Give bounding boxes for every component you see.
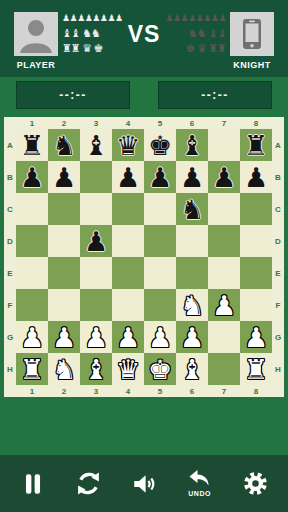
square-a8[interactable]: ♜ [16, 129, 48, 161]
piece-black-pawn: ♟ [180, 164, 204, 191]
square-e5[interactable] [144, 225, 176, 257]
square-a3[interactable] [16, 289, 48, 321]
coordinate-label: 2 [48, 119, 80, 128]
restart-button[interactable] [65, 459, 111, 509]
square-g4[interactable] [208, 257, 240, 289]
square-h2[interactable]: ♟ [240, 321, 272, 353]
square-e7[interactable]: ♟ [144, 161, 176, 193]
square-f4[interactable] [176, 257, 208, 289]
piece-white-pawn: ♟ [52, 324, 76, 351]
player-name-label: PLAYER [14, 60, 58, 70]
square-a4[interactable] [16, 257, 48, 289]
piece-white-pawn: ♟ [20, 324, 44, 351]
square-g5[interactable] [208, 225, 240, 257]
captured-pawns-black: ♟♟♟♟♟♟♟♟ [165, 11, 226, 26]
coordinate-label: 8 [240, 119, 272, 128]
coordinate-label: 6 [176, 387, 208, 396]
coordinate-label: 6 [176, 119, 208, 128]
square-g6[interactable] [208, 193, 240, 225]
coordinate-label: C [275, 205, 281, 214]
piece-black-knight: ♞ [180, 196, 204, 223]
opponent-name-label: KNIGHT [230, 60, 274, 70]
coordinate-label: 5 [144, 119, 176, 128]
piece-white-bishop: ♝ [180, 356, 204, 383]
piece-white-pawn: ♟ [212, 292, 236, 319]
coordinate-label: H [7, 365, 13, 374]
square-e6[interactable] [144, 193, 176, 225]
timer-row: --:-- --:-- [0, 77, 288, 113]
file-labels-top: 12345678 [16, 117, 272, 129]
header: PLAYER ♟♟♟♟♟♟♟♟ ♝♝ ♞♞ ♜♜ ♛ ♚ VS ♟♟♟♟♟♟♟♟… [0, 0, 288, 77]
square-b1[interactable]: ♞ [48, 353, 80, 385]
coordinate-label: G [275, 333, 281, 342]
piece-black-knight: ♞ [52, 132, 76, 159]
coordinate-label: E [7, 269, 12, 278]
sound-button[interactable] [121, 459, 167, 509]
square-b8[interactable]: ♞ [48, 129, 80, 161]
square-b4[interactable] [48, 257, 80, 289]
square-f6[interactable]: ♞ [176, 193, 208, 225]
piece-white-bishop: ♝ [84, 356, 108, 383]
square-e3[interactable] [144, 289, 176, 321]
rank-labels-left: ABCDEFGH [4, 129, 16, 385]
rank-labels-right: ABCDEFGH [272, 129, 284, 385]
captured-minors-black: ♞♞ ♝♝ [165, 26, 226, 41]
square-c1[interactable]: ♝ [80, 353, 112, 385]
square-e2[interactable]: ♟ [144, 321, 176, 353]
coordinate-label: 8 [240, 387, 272, 396]
piece-black-pawn: ♟ [244, 164, 268, 191]
square-g8[interactable] [208, 129, 240, 161]
square-g1[interactable] [208, 353, 240, 385]
pause-icon [20, 471, 46, 497]
piece-black-bishop: ♝ [180, 132, 204, 159]
square-h8[interactable]: ♜ [240, 129, 272, 161]
coordinate-label: G [7, 333, 13, 342]
square-h7[interactable]: ♟ [240, 161, 272, 193]
pause-button[interactable] [10, 459, 56, 509]
undo-arrow-icon [188, 470, 212, 489]
piece-white-knight: ♞ [52, 356, 76, 383]
square-a6[interactable] [16, 193, 48, 225]
opponent-avatar [230, 12, 274, 56]
piece-black-queen: ♛ [116, 132, 140, 159]
coordinate-label: H [275, 365, 281, 374]
square-h5[interactable] [240, 225, 272, 257]
coordinate-label: E [275, 269, 280, 278]
square-f2[interactable]: ♟ [176, 321, 208, 353]
square-g3[interactable]: ♟ [208, 289, 240, 321]
coordinate-label: B [7, 173, 13, 182]
board-frame: 12345678 ABCDEFGH ♜♞♝♛♚♝♜♟♟♟♟♟♟♟♞♟♞♟♟♟♟♟… [4, 117, 284, 397]
bottom-toolbar: UNDO [0, 455, 288, 512]
square-a5[interactable] [16, 225, 48, 257]
square-a7[interactable]: ♟ [16, 161, 48, 193]
chess-app: PLAYER ♟♟♟♟♟♟♟♟ ♝♝ ♞♞ ♜♜ ♛ ♚ VS ♟♟♟♟♟♟♟♟… [0, 0, 288, 512]
square-d7[interactable]: ♟ [112, 161, 144, 193]
piece-black-pawn: ♟ [148, 164, 172, 191]
square-b3[interactable] [48, 289, 80, 321]
square-c6[interactable] [80, 193, 112, 225]
square-d3[interactable] [112, 289, 144, 321]
square-f8[interactable]: ♝ [176, 129, 208, 161]
square-a1[interactable]: ♜ [16, 353, 48, 385]
coordinate-label: A [7, 141, 13, 150]
piece-black-pawn: ♟ [52, 164, 76, 191]
piece-white-rook: ♜ [244, 356, 268, 383]
coordinate-label: F [8, 301, 13, 310]
coordinate-label: C [7, 205, 13, 214]
piece-white-knight: ♞ [180, 292, 204, 319]
speaker-icon [131, 471, 157, 497]
coordinate-label: 5 [144, 387, 176, 396]
square-c7[interactable] [80, 161, 112, 193]
square-e4[interactable] [144, 257, 176, 289]
square-e8[interactable]: ♚ [144, 129, 176, 161]
square-c4[interactable] [80, 257, 112, 289]
square-b6[interactable] [48, 193, 80, 225]
square-b5[interactable] [48, 225, 80, 257]
piece-black-pawn: ♟ [212, 164, 236, 191]
coordinate-label: 7 [208, 387, 240, 396]
piece-white-king: ♚ [148, 356, 172, 383]
piece-white-rook: ♜ [20, 356, 44, 383]
square-c5[interactable]: ♟ [80, 225, 112, 257]
square-g7[interactable]: ♟ [208, 161, 240, 193]
square-h3[interactable] [240, 289, 272, 321]
square-d5[interactable] [112, 225, 144, 257]
settings-button[interactable] [232, 459, 278, 509]
piece-black-pawn: ♟ [20, 164, 44, 191]
refresh-icon [75, 470, 102, 497]
square-b2[interactable]: ♟ [48, 321, 80, 353]
square-d4[interactable] [112, 257, 144, 289]
piece-black-king: ♚ [148, 132, 172, 159]
coordinate-label: 2 [48, 387, 80, 396]
coordinate-label: F [276, 301, 281, 310]
piece-white-pawn: ♟ [180, 324, 204, 351]
square-b7[interactable]: ♟ [48, 161, 80, 193]
square-h4[interactable] [240, 257, 272, 289]
coordinate-label: 4 [112, 119, 144, 128]
coordinate-label: D [275, 237, 281, 246]
square-c3[interactable] [80, 289, 112, 321]
piece-black-pawn: ♟ [116, 164, 140, 191]
piece-black-bishop: ♝ [84, 132, 108, 159]
square-c8[interactable]: ♝ [80, 129, 112, 161]
opponent-captured-tray: ♟♟♟♟♟♟♟♟ ♞♞ ♝♝ ♚ ♛ ♜♜ [165, 11, 226, 56]
piece-white-pawn: ♟ [116, 324, 140, 351]
piece-white-queen: ♛ [116, 356, 140, 383]
coordinate-label: D [7, 237, 13, 246]
square-f3[interactable]: ♞ [176, 289, 208, 321]
square-g2[interactable] [208, 321, 240, 353]
piece-white-pawn: ♟ [84, 324, 108, 351]
piece-white-pawn: ♟ [148, 324, 172, 351]
square-d6[interactable] [112, 193, 144, 225]
square-h6[interactable] [240, 193, 272, 225]
file-labels-bottom: 12345678 [16, 385, 272, 397]
undo-button[interactable]: UNDO [177, 459, 223, 509]
coordinate-label: 7 [208, 119, 240, 128]
square-f7[interactable]: ♟ [176, 161, 208, 193]
square-f1[interactable]: ♝ [176, 353, 208, 385]
piece-black-rook: ♜ [20, 132, 44, 159]
coordinate-label: 1 [16, 387, 48, 396]
coordinate-label: B [275, 173, 281, 182]
gear-icon [242, 470, 269, 497]
square-c2[interactable]: ♟ [80, 321, 112, 353]
opponent-timer: --:-- [158, 81, 272, 109]
player-timer: --:-- [16, 81, 130, 109]
coordinate-label: 3 [80, 387, 112, 396]
undo-label: UNDO [188, 490, 211, 497]
square-d1[interactable]: ♛ [112, 353, 144, 385]
phone-icon [230, 12, 274, 56]
captured-majors-black: ♚ ♛ ♜♜ [165, 41, 226, 56]
piece-white-pawn: ♟ [244, 324, 268, 351]
coordinate-label: A [275, 141, 281, 150]
piece-black-pawn: ♟ [84, 228, 108, 255]
square-d8[interactable]: ♛ [112, 129, 144, 161]
coordinate-label: 4 [112, 387, 144, 396]
square-d2[interactable]: ♟ [112, 321, 144, 353]
chess-board[interactable]: ♜♞♝♛♚♝♜♟♟♟♟♟♟♟♞♟♞♟♟♟♟♟♟♟♟♜♞♝♛♚♝♜ [16, 129, 272, 385]
coordinate-label: 3 [80, 119, 112, 128]
square-f5[interactable] [176, 225, 208, 257]
coordinate-label: 1 [16, 119, 48, 128]
square-a2[interactable]: ♟ [16, 321, 48, 353]
square-h1[interactable]: ♜ [240, 353, 272, 385]
square-e1[interactable]: ♚ [144, 353, 176, 385]
piece-black-rook: ♜ [244, 132, 268, 159]
